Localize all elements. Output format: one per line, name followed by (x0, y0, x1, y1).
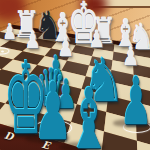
chess-3d-scene: ♜♞♟♝♚♜♝♟♟♞♟♟♟♞♛♟♟♚♟♝ D E (0, 0, 150, 150)
chess-board[interactable] (0, 0, 150, 150)
